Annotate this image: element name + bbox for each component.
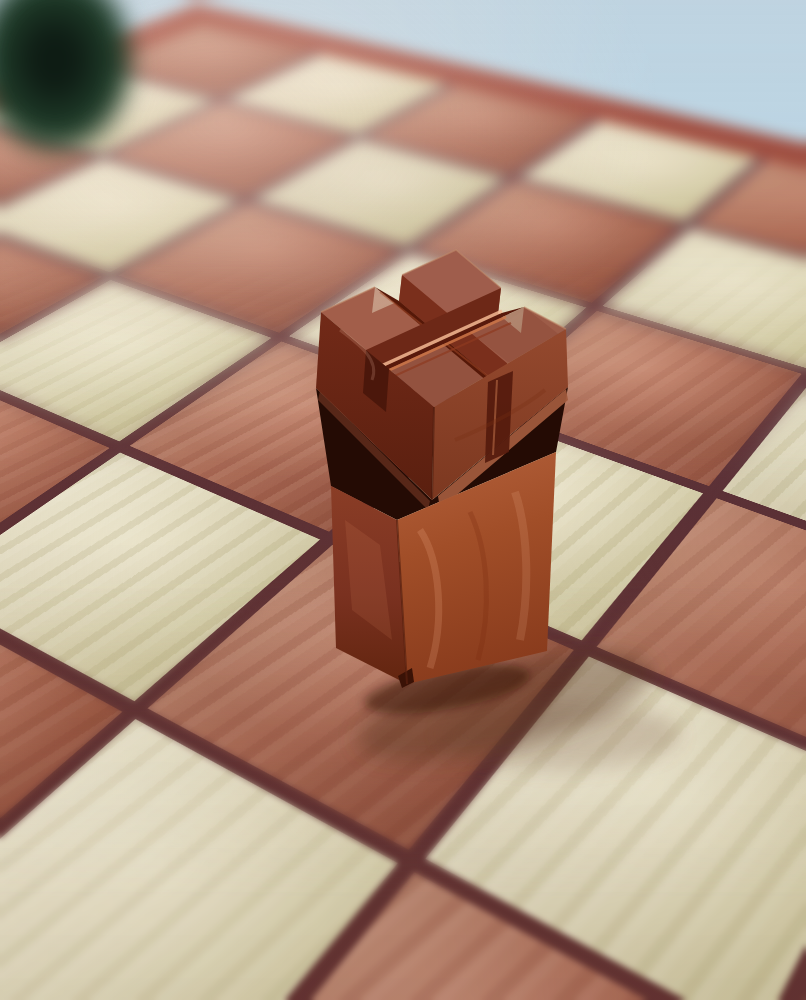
photo-stage	[0, 0, 806, 1000]
rook-piece[interactable]	[0, 0, 806, 1000]
